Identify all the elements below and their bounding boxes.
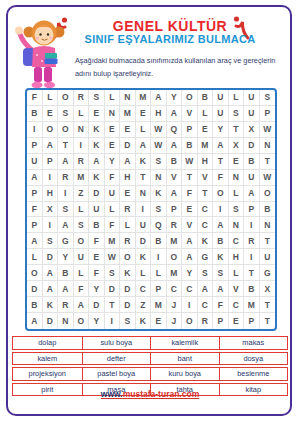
grid-cell-r10c10[interactable]: M bbox=[167, 233, 183, 249]
grid-cell-r13c15[interactable]: B bbox=[244, 281, 260, 297]
grid-cell-r5c3[interactable]: A bbox=[58, 154, 74, 170]
grid-cell-r1c16[interactable]: S bbox=[260, 90, 276, 106]
word-item-pastel-boya: pastel boya bbox=[82, 368, 151, 380]
grid-cell-r12c3[interactable]: B bbox=[58, 265, 74, 281]
grid-cell-r4c1[interactable]: P bbox=[27, 138, 43, 154]
word-item-dosya: dosya bbox=[219, 353, 288, 365]
grid-cell-r14c14[interactable]: C bbox=[229, 297, 245, 313]
worksheet-page: GENEL KÜLTÜR SINIF EŞYALARIMIZ BULMACA A… bbox=[0, 0, 300, 424]
grid-cell-r13c11[interactable]: C bbox=[182, 281, 198, 297]
grid-cell-r15c15[interactable]: P bbox=[244, 313, 260, 329]
grid-cell-r2c2[interactable]: E bbox=[43, 106, 59, 122]
grid-cell-r14c16[interactable]: T bbox=[260, 297, 276, 313]
grid-cell-r1c9[interactable]: A bbox=[151, 90, 167, 106]
grid-cell-r4c2[interactable]: A bbox=[43, 138, 59, 154]
grid-cell-r14c13[interactable]: F bbox=[213, 297, 229, 313]
word-item-projeksiyon: projeksiyon bbox=[13, 368, 82, 380]
grid-cell-r7c15[interactable]: A bbox=[244, 186, 260, 202]
grid-cell-r14c15[interactable]: M bbox=[244, 297, 260, 313]
word-row-3: projeksiyonpastel boyakuru boyabeslenme bbox=[12, 367, 288, 381]
grid-cell-r6c15[interactable]: U bbox=[244, 170, 260, 186]
grid-cell-r13c3[interactable]: A bbox=[58, 281, 74, 297]
grid-cell-r3c7[interactable]: E bbox=[120, 122, 136, 138]
grid-cell-r8c16[interactable]: B bbox=[260, 202, 276, 218]
word-search-grid: FLORSLNMAYOBULUSBESLENMEHAVLUSUPIOONKEEL… bbox=[25, 88, 277, 331]
grid-cell-r15c11[interactable]: O bbox=[182, 313, 198, 329]
grid-cell-r10c12[interactable]: K bbox=[198, 233, 214, 249]
grid-cell-r6c7[interactable]: H bbox=[120, 170, 136, 186]
grid-cell-r3c6[interactable]: E bbox=[105, 122, 121, 138]
grid-cell-r14c4[interactable]: A bbox=[74, 297, 90, 313]
grid-cell-r7c5[interactable]: D bbox=[89, 186, 105, 202]
word-item-sulu-boya: sulu boya bbox=[82, 337, 151, 349]
grid-cell-r15c4[interactable]: O bbox=[74, 313, 90, 329]
grid-cell-r14c11[interactable]: I bbox=[182, 297, 198, 313]
grid-cell-r6c9[interactable]: N bbox=[151, 170, 167, 186]
grid-cell-r5c13[interactable]: T bbox=[213, 154, 229, 170]
word-item-kuru-boya: kuru boya bbox=[150, 368, 219, 380]
grid-cell-r3c16[interactable]: W bbox=[260, 122, 276, 138]
grid-cell-r9c14[interactable]: N bbox=[229, 217, 245, 233]
grid-cell-r3c15[interactable]: X bbox=[244, 122, 260, 138]
grid-cell-r5c14[interactable]: E bbox=[229, 154, 245, 170]
grid-cell-r1c12[interactable]: B bbox=[198, 90, 214, 106]
instructions-text: Aşağıdaki bulmacada sınıfımızda kullanıl… bbox=[75, 54, 289, 80]
grid-cell-r3c14[interactable]: T bbox=[229, 122, 245, 138]
grid-cell-r10c16[interactable]: T bbox=[260, 233, 276, 249]
grid-cell-r5c2[interactable]: P bbox=[43, 154, 59, 170]
grid-cell-r6c4[interactable]: M bbox=[74, 170, 90, 186]
grid-cell-r3c12[interactable]: E bbox=[198, 122, 214, 138]
grid-cell-r9c2[interactable]: I bbox=[43, 217, 59, 233]
grid-cell-r9c5[interactable]: B bbox=[89, 217, 105, 233]
website-www: www. bbox=[101, 389, 123, 399]
grid-cell-r10c2[interactable]: S bbox=[43, 233, 59, 249]
grid-cell-r3c1[interactable]: I bbox=[27, 122, 43, 138]
grid-cell-r4c6[interactable]: E bbox=[105, 138, 121, 154]
grid-cell-r11c10[interactable]: O bbox=[167, 249, 183, 265]
grid-cell-r11c5[interactable]: E bbox=[89, 249, 105, 265]
grid-cell-r12c13[interactable]: S bbox=[213, 265, 229, 281]
grid-cell-r6c12[interactable]: V bbox=[198, 170, 214, 186]
grid-cell-r9c3[interactable]: A bbox=[58, 217, 74, 233]
website-domain: mustafa-turan.com bbox=[123, 389, 200, 399]
grid-cell-r3c2[interactable]: O bbox=[43, 122, 59, 138]
grid-cell-r7c14[interactable]: L bbox=[229, 186, 245, 202]
grid-cell-r10c4[interactable]: O bbox=[74, 233, 90, 249]
grid-cell-r2c8[interactable]: E bbox=[136, 106, 152, 122]
grid-cell-r7c6[interactable]: U bbox=[105, 186, 121, 202]
grid-cell-r15c6[interactable]: I bbox=[105, 313, 121, 329]
grid-cell-r3c13[interactable]: Y bbox=[213, 122, 229, 138]
grid-cell-r4c11[interactable]: B bbox=[182, 138, 198, 154]
grid-cell-r12c10[interactable]: M bbox=[167, 265, 183, 281]
grid-cell-r12c1[interactable]: O bbox=[27, 265, 43, 281]
word-item-beslenme: beslenme bbox=[219, 368, 288, 380]
page-title: GENEL KÜLTÜR bbox=[62, 18, 278, 34]
grid-cell-r4c5[interactable]: K bbox=[89, 138, 105, 154]
grid-cell-r6c16[interactable]: W bbox=[260, 170, 276, 186]
grid-cell-r2c7[interactable]: M bbox=[120, 106, 136, 122]
grid-cell-r15c14[interactable]: E bbox=[229, 313, 245, 329]
grid-cell-r12c6[interactable]: S bbox=[105, 265, 121, 281]
footer: www.mustafa-turan.com bbox=[0, 389, 300, 399]
grid-cell-r10c13[interactable]: B bbox=[213, 233, 229, 249]
grid-cell-r15c10[interactable]: J bbox=[167, 313, 183, 329]
grid-cell-r15c8[interactable]: K bbox=[136, 313, 152, 329]
grid-cell-r1c15[interactable]: U bbox=[244, 90, 260, 106]
grid-cell-r7c10[interactable]: A bbox=[167, 186, 183, 202]
grid-cell-r6c13[interactable]: F bbox=[213, 170, 229, 186]
grid-cell-r5c7[interactable]: A bbox=[120, 154, 136, 170]
grid-cell-r13c1[interactable]: D bbox=[27, 281, 43, 297]
grid-cell-r8c11[interactable]: E bbox=[182, 202, 198, 218]
grid-cell-r2c16[interactable]: P bbox=[260, 106, 276, 122]
grid-cell-r11c1[interactable]: L bbox=[27, 249, 43, 265]
grid-cell-r10c11[interactable]: A bbox=[182, 233, 198, 249]
grid-cell-r2c14[interactable]: S bbox=[229, 106, 245, 122]
grid-cell-r11c2[interactable]: D bbox=[43, 249, 59, 265]
grid-cell-r7c8[interactable]: N bbox=[136, 186, 152, 202]
grid-cell-r9c6[interactable]: F bbox=[105, 217, 121, 233]
grid-cell-r9c16[interactable]: N bbox=[260, 217, 276, 233]
grid-cell-r13c12[interactable]: A bbox=[198, 281, 214, 297]
grid-cell-r1c6[interactable]: L bbox=[105, 90, 121, 106]
grid-cell-r15c2[interactable]: D bbox=[43, 313, 59, 329]
grid-cell-r3c3[interactable]: O bbox=[58, 122, 74, 138]
grid-cell-r10c14[interactable]: C bbox=[229, 233, 245, 249]
grid-cell-r2c5[interactable]: E bbox=[89, 106, 105, 122]
grid-cell-r8c3[interactable]: S bbox=[58, 202, 74, 218]
grid-cell-r11c9[interactable]: I bbox=[151, 249, 167, 265]
grid-cell-r12c5[interactable]: F bbox=[89, 265, 105, 281]
grid-cell-r8c2[interactable]: X bbox=[43, 202, 59, 218]
grid-cell-r8c6[interactable]: L bbox=[105, 202, 121, 218]
grid-cell-r4c13[interactable]: A bbox=[213, 138, 229, 154]
grid-cell-r9c10[interactable]: R bbox=[167, 217, 183, 233]
grid-cell-r2c9[interactable]: H bbox=[151, 106, 167, 122]
grid-cell-r7c9[interactable]: K bbox=[151, 186, 167, 202]
grid-cell-r2c15[interactable]: U bbox=[244, 106, 260, 122]
grid-cell-r8c10[interactable]: P bbox=[167, 202, 183, 218]
grid-cell-r8c9[interactable]: S bbox=[151, 202, 167, 218]
grid-cell-r1c3[interactable]: O bbox=[58, 90, 74, 106]
grid-cell-r1c10[interactable]: Y bbox=[167, 90, 183, 106]
grid-cell-r6c10[interactable]: V bbox=[167, 170, 183, 186]
grid-cell-r11c6[interactable]: W bbox=[105, 249, 121, 265]
grid-cell-r3c5[interactable]: K bbox=[89, 122, 105, 138]
grid-cell-r12c15[interactable]: T bbox=[244, 265, 260, 281]
grid-cell-r13c9[interactable]: P bbox=[151, 281, 167, 297]
grid-cell-r9c12[interactable]: C bbox=[198, 217, 214, 233]
grid-cell-r5c16[interactable]: T bbox=[260, 154, 276, 170]
grid-cell-r5c12[interactable]: H bbox=[198, 154, 214, 170]
grid-cell-r1c2[interactable]: L bbox=[43, 90, 59, 106]
grid-cell-r10c6[interactable]: M bbox=[105, 233, 121, 249]
grid-cell-r2c6[interactable]: N bbox=[105, 106, 121, 122]
grid-cell-r14c6[interactable]: T bbox=[105, 297, 121, 313]
grid-cell-r6c3[interactable]: R bbox=[58, 170, 74, 186]
grid-cell-r9c13[interactable]: A bbox=[213, 217, 229, 233]
grid-cell-r7c4[interactable]: Z bbox=[74, 186, 90, 202]
grid-cell-r8c7[interactable]: R bbox=[120, 202, 136, 218]
grid-cell-r14c8[interactable]: Z bbox=[136, 297, 152, 313]
word-item-bant: bant bbox=[150, 353, 219, 365]
grid-cell-r1c1[interactable]: F bbox=[27, 90, 43, 106]
grid-cell-r10c1[interactable]: A bbox=[27, 233, 43, 249]
grid-cell-r1c11[interactable]: O bbox=[182, 90, 198, 106]
word-item-defter: defter bbox=[82, 353, 151, 365]
grid-cell-r8c14[interactable]: S bbox=[229, 202, 245, 218]
grid-cell-r14c7[interactable]: D bbox=[120, 297, 136, 313]
grid-cell-r13c14[interactable]: V bbox=[229, 281, 245, 297]
grid-cell-r2c4[interactable]: L bbox=[74, 106, 90, 122]
grid-cell-r12c9[interactable]: L bbox=[151, 265, 167, 281]
grid-cell-r7c2[interactable]: H bbox=[43, 186, 59, 202]
grid-cell-r12c8[interactable]: L bbox=[136, 265, 152, 281]
grid-cell-r14c12[interactable]: C bbox=[198, 297, 214, 313]
grid-cell-r4c3[interactable]: T bbox=[58, 138, 74, 154]
grid-cell-r15c9[interactable]: E bbox=[151, 313, 167, 329]
grid-cell-r6c14[interactable]: N bbox=[229, 170, 245, 186]
grid-cell-r6c2[interactable]: I bbox=[43, 170, 59, 186]
grid-cell-r10c7[interactable]: R bbox=[120, 233, 136, 249]
grid-cell-r15c13[interactable]: P bbox=[213, 313, 229, 329]
word-row-2: kalemdefterbantdosya bbox=[12, 352, 288, 366]
grid-cell-r6c8[interactable]: T bbox=[136, 170, 152, 186]
grid-cell-r3c9[interactable]: W bbox=[151, 122, 167, 138]
word-item-makas: makas bbox=[219, 337, 288, 349]
grid-cell-r12c2[interactable]: A bbox=[43, 265, 59, 281]
grid-cell-r7c13[interactable]: O bbox=[213, 186, 229, 202]
grid-cell-r11c4[interactable]: U bbox=[74, 249, 90, 265]
grid-cell-r4c8[interactable]: A bbox=[136, 138, 152, 154]
grid-cell-r10c8[interactable]: D bbox=[136, 233, 152, 249]
grid-cell-r14c3[interactable]: R bbox=[58, 297, 74, 313]
grid-cell-r11c13[interactable]: K bbox=[213, 249, 229, 265]
grid-cell-r13c6[interactable]: D bbox=[105, 281, 121, 297]
grid-cell-r2c11[interactable]: V bbox=[182, 106, 198, 122]
grid-cell-r5c15[interactable]: B bbox=[244, 154, 260, 170]
grid-cell-r6c11[interactable]: T bbox=[182, 170, 198, 186]
grid-cell-r11c7[interactable]: O bbox=[120, 249, 136, 265]
grid-cell-r14c5[interactable]: D bbox=[89, 297, 105, 313]
grid-cell-r3c11[interactable]: P bbox=[182, 122, 198, 138]
grid-cell-r9c4[interactable]: S bbox=[74, 217, 90, 233]
grid-cell-r4c16[interactable]: N bbox=[260, 138, 276, 154]
grid-cell-r4c14[interactable]: X bbox=[229, 138, 245, 154]
grid-cell-r14c9[interactable]: M bbox=[151, 297, 167, 313]
grid-cell-r6c6[interactable]: F bbox=[105, 170, 121, 186]
grid-cell-r9c9[interactable]: Q bbox=[151, 217, 167, 233]
grid-cell-r15c5[interactable]: Y bbox=[89, 313, 105, 329]
grid-cell-r8c12[interactable]: C bbox=[198, 202, 214, 218]
grid-cell-r3c10[interactable]: Q bbox=[167, 122, 183, 138]
grid-cell-r9c15[interactable]: I bbox=[244, 217, 260, 233]
grid-cell-r1c14[interactable]: L bbox=[229, 90, 245, 106]
grid-cell-r1c4[interactable]: R bbox=[74, 90, 90, 106]
grid-cell-r1c8[interactable]: M bbox=[136, 90, 152, 106]
grid-cell-r10c15[interactable]: R bbox=[244, 233, 260, 249]
grid-cell-r5c11[interactable]: W bbox=[182, 154, 198, 170]
grid-cell-r5c4[interactable]: R bbox=[74, 154, 90, 170]
grid-cell-r14c1[interactable]: B bbox=[27, 297, 43, 313]
grid-cell-r8c4[interactable]: L bbox=[74, 202, 90, 218]
grid-cell-r6c1[interactable]: A bbox=[27, 170, 43, 186]
grid-cell-r5c9[interactable]: S bbox=[151, 154, 167, 170]
grid-cell-r6c5[interactable]: K bbox=[89, 170, 105, 186]
word-item-dolap: dolap bbox=[13, 337, 82, 349]
grid-cell-r7c16[interactable]: O bbox=[260, 186, 276, 202]
grid-cell-r11c11[interactable]: A bbox=[182, 249, 198, 265]
grid-cell-r13c7[interactable]: D bbox=[120, 281, 136, 297]
grid-cell-r11c16[interactable]: U bbox=[260, 249, 276, 265]
grid-cell-r4c12[interactable]: M bbox=[198, 138, 214, 154]
grid-cell-r12c14[interactable]: L bbox=[229, 265, 245, 281]
grid-cell-r14c2[interactable]: K bbox=[43, 297, 59, 313]
grid-cell-r15c3[interactable]: N bbox=[58, 313, 74, 329]
grid-cell-r2c13[interactable]: U bbox=[213, 106, 229, 122]
grid-cell-r15c12[interactable]: R bbox=[198, 313, 214, 329]
grid-cell-r5c6[interactable]: Y bbox=[105, 154, 121, 170]
grid-cell-r13c10[interactable]: C bbox=[167, 281, 183, 297]
grid-cell-r4c4[interactable]: I bbox=[74, 138, 90, 154]
word-item-kalemlik: kalemlik bbox=[150, 337, 219, 349]
grid-cell-r8c15[interactable]: P bbox=[244, 202, 260, 218]
grid-cell-r5c5[interactable]: A bbox=[89, 154, 105, 170]
grid-cell-r1c5[interactable]: S bbox=[89, 90, 105, 106]
word-row-1: dolapsulu boyakalemlikmakas bbox=[12, 336, 288, 350]
grid-cell-r11c15[interactable]: I bbox=[244, 249, 260, 265]
grid-cell-r12c16[interactable]: G bbox=[260, 265, 276, 281]
grid-cell-r11c12[interactable]: G bbox=[198, 249, 214, 265]
grid-cell-r13c16[interactable]: X bbox=[260, 281, 276, 297]
grid-cell-r12c12[interactable]: S bbox=[198, 265, 214, 281]
grid-cell-r2c10[interactable]: A bbox=[167, 106, 183, 122]
grid-cell-r8c13[interactable]: I bbox=[213, 202, 229, 218]
grid-cell-r7c12[interactable]: T bbox=[198, 186, 214, 202]
grid-cell-r12c11[interactable]: Y bbox=[182, 265, 198, 281]
grid-cell-r12c4[interactable]: L bbox=[74, 265, 90, 281]
grid-cell-r5c1[interactable]: U bbox=[27, 154, 43, 170]
grid-cell-r2c12[interactable]: L bbox=[198, 106, 214, 122]
grid-cell-r14c10[interactable]: J bbox=[167, 297, 183, 313]
grid-cell-r13c13[interactable]: A bbox=[213, 281, 229, 297]
grid-cell-r2c3[interactable]: S bbox=[58, 106, 74, 122]
grid-cell-r3c4[interactable]: N bbox=[74, 122, 90, 138]
grid-cell-r15c1[interactable]: A bbox=[27, 313, 43, 329]
grid-cell-r10c3[interactable]: G bbox=[58, 233, 74, 249]
grid-cell-r5c8[interactable]: K bbox=[136, 154, 152, 170]
grid-cell-r2c1[interactable]: B bbox=[27, 106, 43, 122]
grid-cell-r7c3[interactable]: I bbox=[58, 186, 74, 202]
grid-cell-r4c15[interactable]: D bbox=[244, 138, 260, 154]
website-link[interactable]: www.mustafa-turan.com bbox=[101, 389, 199, 399]
grid-cell-r15c7[interactable]: S bbox=[120, 313, 136, 329]
grid-cell-r4c10[interactable]: A bbox=[167, 138, 183, 154]
grid-cell-r15c16[interactable]: T bbox=[260, 313, 276, 329]
grid-cell-r11c8[interactable]: K bbox=[136, 249, 152, 265]
grid-cell-r8c5[interactable]: U bbox=[89, 202, 105, 218]
grid-cell-r10c5[interactable]: F bbox=[89, 233, 105, 249]
grid-cell-r13c8[interactable]: C bbox=[136, 281, 152, 297]
grid-cell-r9c1[interactable]: P bbox=[27, 217, 43, 233]
grid-cell-r1c13[interactable]: U bbox=[213, 90, 229, 106]
grid-cell-r8c1[interactable]: F bbox=[27, 202, 43, 218]
grid-cell-r4c7[interactable]: D bbox=[120, 138, 136, 154]
word-item-kalem: kalem bbox=[13, 353, 82, 365]
grid-cell-r11c3[interactable]: Y bbox=[58, 249, 74, 265]
grid-cell-r5c10[interactable]: B bbox=[167, 154, 183, 170]
grid-cell-r7c11[interactable]: F bbox=[182, 186, 198, 202]
grid-cell-r3c8[interactable]: L bbox=[136, 122, 152, 138]
grid-cell-r11c14[interactable]: H bbox=[229, 249, 245, 265]
grid-cell-r7c1[interactable]: P bbox=[27, 186, 43, 202]
grid-cell-r9c11[interactable]: V bbox=[182, 217, 198, 233]
grid-cell-r4c9[interactable]: W bbox=[151, 138, 167, 154]
grid-cell-r13c4[interactable]: F bbox=[74, 281, 90, 297]
grid-cell-r8c8[interactable]: I bbox=[136, 202, 152, 218]
grid-cell-r9c8[interactable]: U bbox=[136, 217, 152, 233]
grid-cell-r9c7[interactable]: L bbox=[120, 217, 136, 233]
page-subtitle: SINIF EŞYALARIMIZ BULMACA bbox=[62, 33, 278, 45]
grid-cell-r10c9[interactable]: B bbox=[151, 233, 167, 249]
grid-cell-r1c7[interactable]: N bbox=[120, 90, 136, 106]
grid-cell-r13c5[interactable]: Y bbox=[89, 281, 105, 297]
grid-cell-r13c2[interactable]: A bbox=[43, 281, 59, 297]
grid-cell-r7c7[interactable]: E bbox=[120, 186, 136, 202]
grid-cell-r12c7[interactable]: K bbox=[120, 265, 136, 281]
